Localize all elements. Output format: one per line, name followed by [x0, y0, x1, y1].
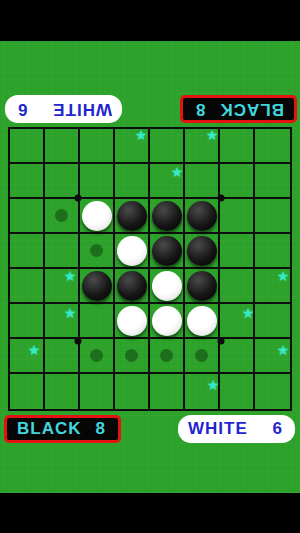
black-score-top: BLACK 8: [180, 95, 297, 123]
cell-f5[interactable]: [185, 269, 220, 304]
cell-c6[interactable]: [80, 304, 115, 339]
white-disc: [82, 201, 112, 231]
app-screen: WHITE 6 BLACK 8 BLACK 8 WHITE 6 ★★★★★★★★…: [0, 0, 300, 533]
black-score-top-value: 8: [195, 99, 205, 119]
cell-e4[interactable]: [150, 234, 185, 269]
white-disc: [152, 306, 182, 336]
white-score-top-label: WHITE: [52, 99, 112, 119]
board: [8, 127, 292, 411]
black-disc: [187, 271, 217, 301]
cell-h7[interactable]: [255, 339, 290, 374]
cell-g3[interactable]: [220, 199, 255, 234]
cell-d7[interactable]: [115, 339, 150, 374]
cell-b5[interactable]: [45, 269, 80, 304]
cell-c8[interactable]: [80, 374, 115, 409]
cell-e1[interactable]: [150, 129, 185, 164]
cell-d8[interactable]: [115, 374, 150, 409]
black-disc: [117, 271, 147, 301]
black-score-bottom-value: 8: [96, 419, 106, 439]
cell-b4[interactable]: [45, 234, 80, 269]
cell-e5[interactable]: [150, 269, 185, 304]
black-disc: [187, 201, 217, 231]
cell-d4[interactable]: [115, 234, 150, 269]
cell-e7[interactable]: [150, 339, 185, 374]
black-score-top-label: BLACK: [220, 99, 285, 119]
cell-e2[interactable]: [150, 164, 185, 199]
cell-a1[interactable]: [10, 129, 45, 164]
cell-d3[interactable]: [115, 199, 150, 234]
cell-h3[interactable]: [255, 199, 290, 234]
cell-e6[interactable]: [150, 304, 185, 339]
white-disc: [117, 236, 147, 266]
black-score-bottom-label: BLACK: [17, 419, 82, 439]
cell-b7[interactable]: [45, 339, 80, 374]
cell-a2[interactable]: [10, 164, 45, 199]
black-disc: [82, 271, 112, 301]
cell-h2[interactable]: [255, 164, 290, 199]
cell-f8[interactable]: [185, 374, 220, 409]
cell-a3[interactable]: [10, 199, 45, 234]
legal-move-hint: [160, 349, 173, 362]
cell-f2[interactable]: [185, 164, 220, 199]
cell-g1[interactable]: [220, 129, 255, 164]
cell-h6[interactable]: [255, 304, 290, 339]
black-disc: [152, 236, 182, 266]
game-field: WHITE 6 BLACK 8 BLACK 8 WHITE 6: [0, 41, 300, 493]
cell-g2[interactable]: [220, 164, 255, 199]
white-disc: [187, 306, 217, 336]
cell-f7[interactable]: [185, 339, 220, 374]
cell-b6[interactable]: [45, 304, 80, 339]
top-black-bar: [0, 0, 300, 41]
cell-f1[interactable]: [185, 129, 220, 164]
black-disc: [152, 201, 182, 231]
white-disc: [152, 271, 182, 301]
cell-c2[interactable]: [80, 164, 115, 199]
cell-b8[interactable]: [45, 374, 80, 409]
white-disc: [117, 306, 147, 336]
cell-a5[interactable]: [10, 269, 45, 304]
cell-c7[interactable]: [80, 339, 115, 374]
cell-d2[interactable]: [115, 164, 150, 199]
cell-c5[interactable]: [80, 269, 115, 304]
cell-e3[interactable]: [150, 199, 185, 234]
legal-move-hint: [125, 349, 138, 362]
cell-g8[interactable]: [220, 374, 255, 409]
cell-b1[interactable]: [45, 129, 80, 164]
black-disc: [117, 201, 147, 231]
cell-a7[interactable]: [10, 339, 45, 374]
cell-e8[interactable]: [150, 374, 185, 409]
cell-a6[interactable]: [10, 304, 45, 339]
black-disc: [187, 236, 217, 266]
cell-h4[interactable]: [255, 234, 290, 269]
cell-d1[interactable]: [115, 129, 150, 164]
cell-a4[interactable]: [10, 234, 45, 269]
cell-c4[interactable]: [80, 234, 115, 269]
white-score-bottom-label: WHITE: [188, 419, 248, 439]
cell-d5[interactable]: [115, 269, 150, 304]
cell-f4[interactable]: [185, 234, 220, 269]
white-score-bottom: WHITE 6: [178, 415, 295, 443]
cell-h1[interactable]: [255, 129, 290, 164]
cell-g4[interactable]: [220, 234, 255, 269]
cell-d6[interactable]: [115, 304, 150, 339]
legal-move-hint: [195, 349, 208, 362]
legal-move-hint: [55, 209, 68, 222]
cell-h5[interactable]: [255, 269, 290, 304]
cell-c3[interactable]: [80, 199, 115, 234]
cell-h8[interactable]: [255, 374, 290, 409]
legal-move-hint: [90, 244, 103, 257]
white-score-top-value: 6: [17, 99, 27, 119]
white-score-bottom-value: 6: [273, 419, 283, 439]
cell-a8[interactable]: [10, 374, 45, 409]
cell-f3[interactable]: [185, 199, 220, 234]
white-score-top: WHITE 6: [5, 95, 122, 123]
cell-b3[interactable]: [45, 199, 80, 234]
cell-g6[interactable]: [220, 304, 255, 339]
cell-b2[interactable]: [45, 164, 80, 199]
black-score-bottom: BLACK 8: [4, 415, 121, 443]
legal-move-hint: [90, 349, 103, 362]
cell-f6[interactable]: [185, 304, 220, 339]
bottom-black-bar: [0, 493, 300, 533]
cell-g7[interactable]: [220, 339, 255, 374]
cell-g5[interactable]: [220, 269, 255, 304]
cell-c1[interactable]: [80, 129, 115, 164]
